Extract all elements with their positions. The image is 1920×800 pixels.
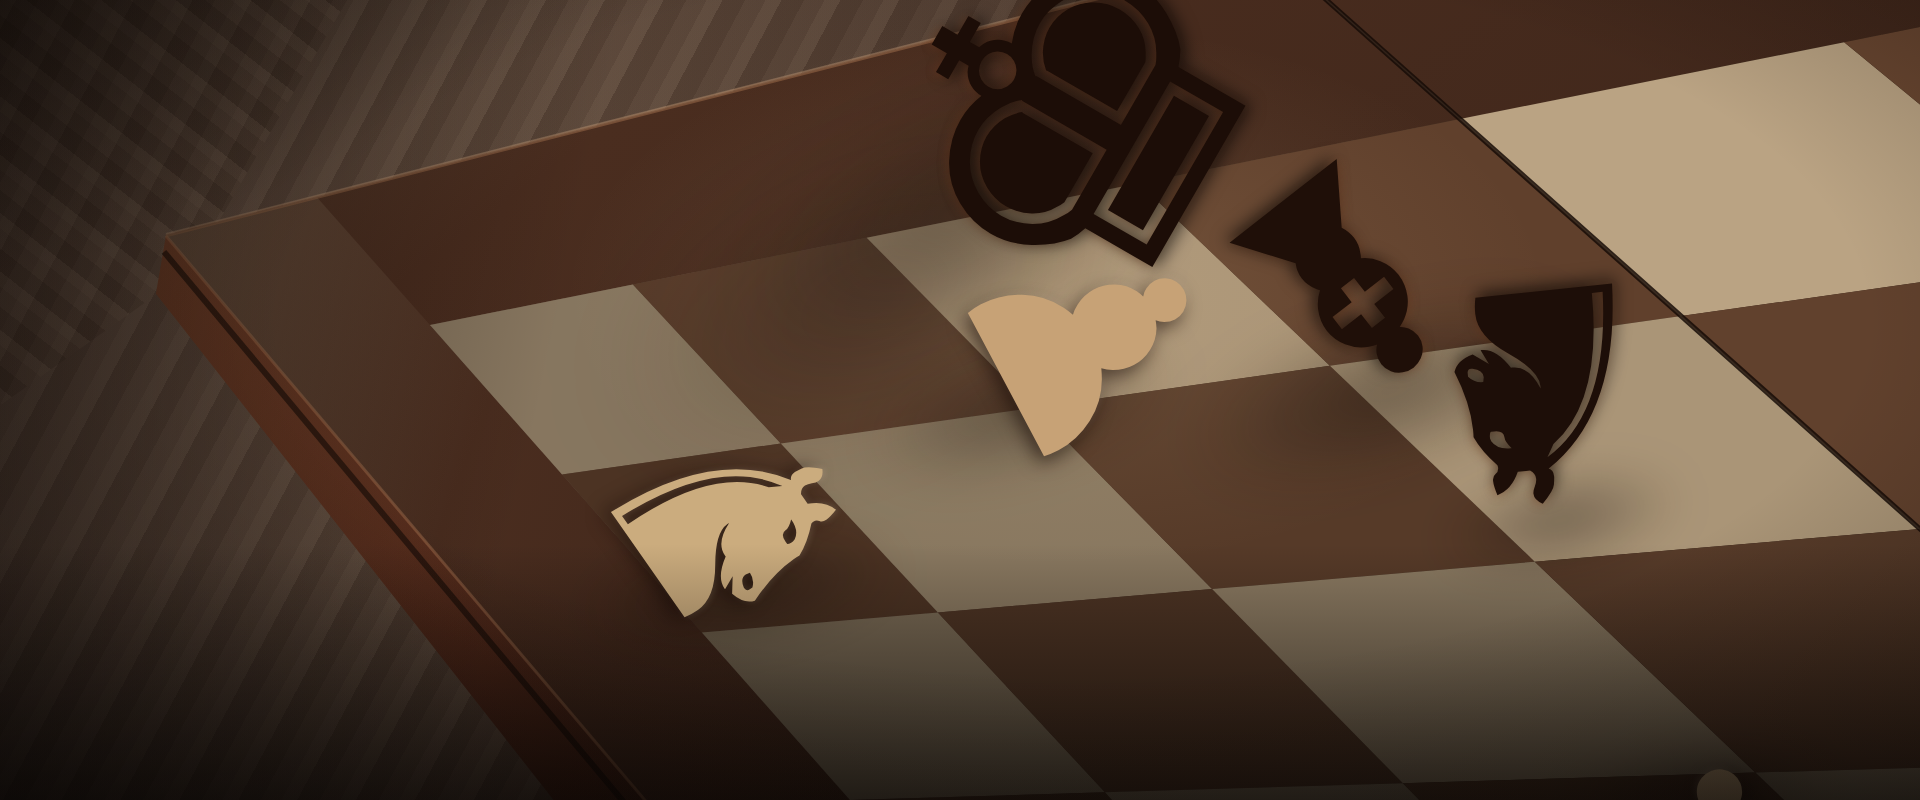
photo-stage: ♚♝♞♟♞♟ [0,0,1920,800]
chessboard [0,0,1920,800]
